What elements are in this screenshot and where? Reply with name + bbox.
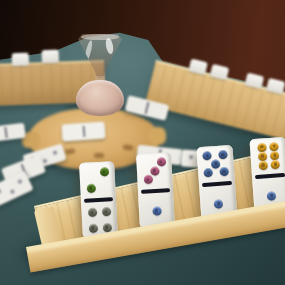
domino-pip (88, 224, 97, 233)
pip-core (205, 154, 209, 158)
domino-pip (204, 168, 214, 178)
pip-core (217, 202, 221, 206)
domino-pip (152, 206, 161, 215)
domino-half-top (79, 161, 116, 199)
pip-core (90, 211, 94, 215)
pip-core (273, 154, 277, 158)
domino-pip (219, 167, 229, 177)
domino-pip (271, 160, 281, 170)
domino-pip (202, 151, 212, 161)
domino-pip (267, 191, 277, 201)
pip-core (206, 171, 210, 175)
pip-core (221, 153, 225, 157)
domino-pip (269, 141, 279, 151)
pip-core (105, 226, 109, 230)
domino-pip (102, 223, 111, 232)
pip-core (261, 154, 265, 158)
pip-core (270, 194, 274, 198)
pip-core (89, 186, 93, 190)
domino-half-top (249, 137, 285, 175)
pip-core (104, 210, 108, 214)
domino-pip (214, 199, 224, 209)
domino-pip (101, 207, 110, 216)
pip-core (102, 170, 106, 174)
domino-pip (257, 142, 267, 152)
domino-pip (150, 166, 159, 175)
pip-core (261, 164, 265, 168)
domino-half-top (196, 145, 234, 183)
domino-pip (86, 184, 95, 193)
domino-pip (270, 151, 280, 161)
pip-core (260, 145, 264, 149)
pip-core (159, 160, 163, 164)
pip-core (155, 209, 159, 213)
domino-pip (211, 159, 221, 169)
domino-pip (218, 150, 228, 160)
pip-core (91, 226, 95, 230)
domino-pip (258, 161, 268, 171)
domino-pip (87, 208, 96, 217)
pip-core (274, 163, 278, 167)
pip-core (222, 170, 226, 174)
pip-core (214, 162, 218, 166)
pip-core (272, 144, 276, 148)
domino-pip (156, 157, 165, 166)
domino-pip (258, 151, 268, 161)
domino-half-top (136, 152, 173, 189)
hand-domino-tile[interactable] (136, 152, 175, 229)
domino-pip (99, 167, 108, 176)
pip-core (146, 178, 150, 182)
domino-pip (143, 175, 152, 184)
pip-core (153, 169, 157, 173)
hand-domino-tile[interactable] (79, 161, 118, 239)
dominoes-table-scene (0, 0, 285, 285)
